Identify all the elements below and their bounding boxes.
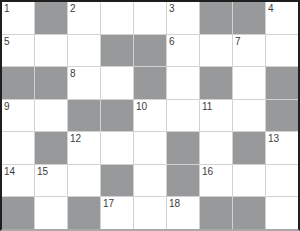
cell-r4c8[interactable]: 13 bbox=[266, 132, 298, 164]
clue-number-9: 9 bbox=[4, 101, 10, 112]
clue-number-6: 6 bbox=[169, 36, 175, 47]
cell-r3c5[interactable] bbox=[167, 100, 199, 132]
block-cell-r1c4 bbox=[134, 35, 166, 67]
block-cell-r5c3 bbox=[101, 165, 133, 197]
cell-r0c2[interactable]: 2 bbox=[68, 2, 100, 34]
clue-number-5: 5 bbox=[4, 36, 10, 47]
block-cell-r2c0 bbox=[2, 67, 34, 99]
clue-number-12: 12 bbox=[70, 133, 81, 144]
clue-number-3: 3 bbox=[169, 3, 175, 14]
cell-r1c5[interactable]: 6 bbox=[167, 35, 199, 67]
clue-number-7: 7 bbox=[235, 36, 241, 47]
cell-r5c7[interactable] bbox=[233, 165, 265, 197]
block-cell-r4c5 bbox=[167, 132, 199, 164]
cell-r0c3[interactable] bbox=[101, 2, 133, 34]
block-cell-r2c1 bbox=[35, 67, 67, 99]
cell-r3c4[interactable]: 10 bbox=[134, 100, 166, 132]
cell-r3c6[interactable]: 11 bbox=[200, 100, 232, 132]
clue-number-4: 4 bbox=[268, 3, 274, 14]
cell-r2c2[interactable]: 8 bbox=[68, 67, 100, 99]
clue-number-16: 16 bbox=[202, 166, 213, 177]
block-cell-r0c6 bbox=[200, 2, 232, 34]
block-cell-r3c3 bbox=[101, 100, 133, 132]
cell-r5c6[interactable]: 16 bbox=[200, 165, 232, 197]
cell-r4c3[interactable] bbox=[101, 132, 133, 164]
cell-r1c2[interactable] bbox=[68, 35, 100, 67]
cell-r1c8[interactable] bbox=[266, 35, 298, 67]
clue-number-1: 1 bbox=[4, 3, 10, 14]
clue-number-11: 11 bbox=[202, 101, 212, 112]
clue-number-14: 14 bbox=[4, 166, 15, 177]
block-cell-r4c7 bbox=[233, 132, 265, 164]
block-cell-r5c5 bbox=[167, 165, 199, 197]
block-cell-r6c6 bbox=[200, 197, 232, 229]
cell-r1c6[interactable] bbox=[200, 35, 232, 67]
block-cell-r2c4 bbox=[134, 67, 166, 99]
cell-r6c3[interactable]: 17 bbox=[101, 197, 133, 229]
cell-r1c1[interactable] bbox=[35, 35, 67, 67]
cell-r3c1[interactable] bbox=[35, 100, 67, 132]
cell-r0c0[interactable]: 1 bbox=[2, 2, 34, 34]
cell-r5c4[interactable] bbox=[134, 165, 166, 197]
cell-r5c0[interactable]: 14 bbox=[2, 165, 34, 197]
block-cell-r6c0 bbox=[2, 197, 34, 229]
block-cell-r3c2 bbox=[68, 100, 100, 132]
cell-r3c0[interactable]: 9 bbox=[2, 100, 34, 132]
cell-r6c8[interactable] bbox=[266, 197, 298, 229]
block-cell-r0c1 bbox=[35, 2, 67, 34]
cell-r5c8[interactable] bbox=[266, 165, 298, 197]
clue-number-13: 13 bbox=[268, 133, 279, 144]
block-cell-r1c3 bbox=[101, 35, 133, 67]
block-cell-r2c6 bbox=[200, 67, 232, 99]
cell-r6c5[interactable]: 18 bbox=[167, 197, 199, 229]
cell-r4c2[interactable]: 12 bbox=[68, 132, 100, 164]
clue-number-15: 15 bbox=[37, 166, 48, 177]
block-cell-r0c7 bbox=[233, 2, 265, 34]
cell-r2c3[interactable] bbox=[101, 67, 133, 99]
cell-r2c5[interactable] bbox=[167, 67, 199, 99]
cell-r1c0[interactable]: 5 bbox=[2, 35, 34, 67]
block-cell-r2c8 bbox=[266, 67, 298, 99]
clue-number-2: 2 bbox=[70, 3, 76, 14]
block-cell-r4c1 bbox=[35, 132, 67, 164]
cell-r6c4[interactable] bbox=[134, 197, 166, 229]
cell-r0c5[interactable]: 3 bbox=[167, 2, 199, 34]
cell-r4c6[interactable] bbox=[200, 132, 232, 164]
clue-number-17: 17 bbox=[103, 198, 114, 209]
cell-r0c8[interactable]: 4 bbox=[266, 2, 298, 34]
clue-number-8: 8 bbox=[70, 68, 76, 79]
cell-r5c1[interactable]: 15 bbox=[35, 165, 67, 197]
clue-number-18: 18 bbox=[169, 198, 180, 209]
block-cell-r6c2 bbox=[68, 197, 100, 229]
cell-r3c7[interactable] bbox=[233, 100, 265, 132]
clue-number-10: 10 bbox=[136, 101, 147, 112]
cell-r4c0[interactable] bbox=[2, 132, 34, 164]
cell-r6c1[interactable] bbox=[35, 197, 67, 229]
cell-r5c2[interactable] bbox=[68, 165, 100, 197]
block-cell-r3c8 bbox=[266, 100, 298, 132]
cell-r2c7[interactable] bbox=[233, 67, 265, 99]
cell-r1c7[interactable]: 7 bbox=[233, 35, 265, 67]
block-cell-r6c7 bbox=[233, 197, 265, 229]
cell-r0c4[interactable] bbox=[134, 2, 166, 34]
cell-r4c4[interactable] bbox=[134, 132, 166, 164]
crossword-board: 123456789101112131415161718 bbox=[0, 0, 300, 231]
